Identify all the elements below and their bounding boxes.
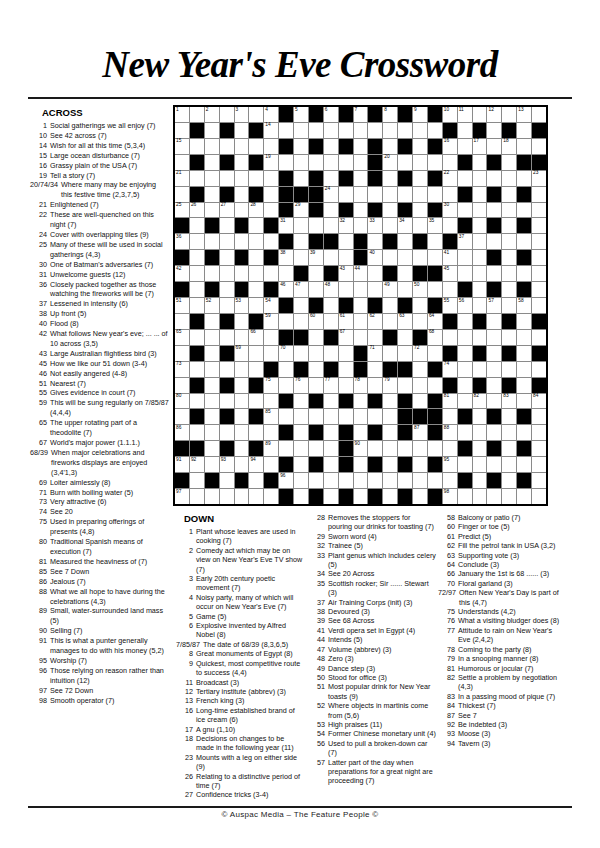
grid-cell[interactable] (473, 250, 487, 265)
grid-cell[interactable] (339, 346, 353, 361)
grid-cell[interactable] (294, 250, 308, 265)
grid-cell[interactable] (517, 457, 531, 472)
grid-cell[interactable] (383, 473, 397, 488)
grid-cell[interactable] (264, 234, 278, 249)
grid-cell[interactable] (458, 314, 472, 329)
grid-cell[interactable] (368, 282, 382, 297)
grid-cell[interactable] (383, 298, 397, 313)
grid-cell[interactable] (368, 330, 382, 345)
grid-cell[interactable] (294, 314, 308, 329)
grid-cell[interactable] (190, 250, 204, 265)
grid-cell[interactable] (413, 473, 427, 488)
grid-cell[interactable] (487, 378, 501, 393)
grid-cell[interactable] (517, 123, 531, 138)
grid-cell[interactable] (220, 266, 234, 281)
grid-cell[interactable] (517, 346, 531, 361)
grid-cell[interactable]: 4 (264, 107, 278, 122)
grid-cell[interactable] (413, 457, 427, 472)
grid-cell[interactable] (502, 409, 516, 424)
grid-cell[interactable] (235, 425, 249, 440)
grid-cell[interactable] (235, 330, 249, 345)
grid-cell[interactable] (249, 107, 263, 122)
grid-cell[interactable] (502, 234, 516, 249)
grid-cell[interactable]: 11 (458, 107, 472, 122)
grid-cell[interactable] (354, 314, 368, 329)
grid-cell[interactable] (532, 441, 546, 456)
grid-cell[interactable] (443, 218, 457, 233)
grid-cell[interactable] (458, 394, 472, 409)
grid-cell[interactable] (473, 155, 487, 170)
grid-cell[interactable] (502, 473, 516, 488)
grid-cell[interactable]: 57 (487, 298, 501, 313)
grid-cell[interactable] (502, 457, 516, 472)
grid-cell[interactable] (264, 425, 278, 440)
grid-cell[interactable] (309, 346, 323, 361)
grid-cell[interactable]: 76 (294, 378, 308, 393)
grid-cell[interactable] (368, 362, 382, 377)
grid-cell[interactable] (502, 187, 516, 202)
grid-cell[interactable]: 71 (368, 346, 382, 361)
grid-cell[interactable] (309, 266, 323, 281)
grid-cell[interactable] (502, 107, 516, 122)
grid-cell[interactable] (190, 298, 204, 313)
grid-cell[interactable] (309, 330, 323, 345)
grid-cell[interactable] (264, 489, 278, 504)
grid-cell[interactable] (235, 441, 249, 456)
grid-cell[interactable] (190, 330, 204, 345)
grid-cell[interactable] (354, 330, 368, 345)
grid-cell[interactable]: 23 (532, 171, 546, 186)
grid-cell[interactable] (473, 441, 487, 456)
grid-cell[interactable] (235, 457, 249, 472)
grid-cell[interactable] (398, 473, 412, 488)
grid-cell[interactable] (458, 346, 472, 361)
crossword-grid[interactable]: 1234567891011121314151617181920212223242… (173, 105, 548, 506)
grid-cell[interactable]: 36 (175, 234, 189, 249)
grid-cell[interactable] (205, 346, 219, 361)
grid-cell[interactable] (368, 409, 382, 424)
grid-cell[interactable] (532, 409, 546, 424)
grid-cell[interactable]: 1 (175, 107, 189, 122)
grid-cell[interactable] (532, 234, 546, 249)
grid-cell[interactable] (205, 330, 219, 345)
grid-cell[interactable] (294, 139, 308, 154)
grid-cell[interactable]: 16 (443, 139, 457, 154)
grid-cell[interactable] (473, 218, 487, 233)
grid-cell[interactable] (339, 378, 353, 393)
grid-cell[interactable]: 63 (398, 314, 412, 329)
grid-cell[interactable]: 80 (175, 394, 189, 409)
grid-cell[interactable] (324, 457, 338, 472)
grid-cell[interactable] (517, 330, 531, 345)
grid-cell[interactable] (264, 266, 278, 281)
grid-cell[interactable] (458, 266, 472, 281)
grid-cell[interactable]: 34 (398, 218, 412, 233)
grid-cell[interactable] (517, 171, 531, 186)
grid-cell[interactable] (502, 282, 516, 297)
grid-cell[interactable]: 58 (517, 298, 531, 313)
grid-cell[interactable] (339, 473, 353, 488)
grid-cell[interactable]: 54 (264, 298, 278, 313)
grid-cell[interactable] (249, 346, 263, 361)
grid-cell[interactable] (532, 266, 546, 281)
grid-cell[interactable]: 14 (264, 123, 278, 138)
grid-cell[interactable]: 83 (502, 394, 516, 409)
grid-cell[interactable] (205, 123, 219, 138)
grid-cell[interactable]: 52 (205, 298, 219, 313)
grid-cell[interactable] (383, 441, 397, 456)
grid-cell[interactable] (339, 187, 353, 202)
grid-cell[interactable] (190, 394, 204, 409)
grid-cell[interactable] (443, 409, 457, 424)
grid-cell[interactable] (235, 155, 249, 170)
grid-cell[interactable] (443, 441, 457, 456)
grid-cell[interactable] (383, 457, 397, 472)
grid-cell[interactable]: 35 (428, 218, 442, 233)
grid-cell[interactable]: 17 (473, 139, 487, 154)
grid-cell[interactable] (383, 409, 397, 424)
grid-cell[interactable] (354, 394, 368, 409)
grid-cell[interactable] (175, 346, 189, 361)
grid-cell[interactable] (249, 394, 263, 409)
grid-cell[interactable] (235, 378, 249, 393)
grid-cell[interactable] (413, 441, 427, 456)
grid-cell[interactable] (532, 473, 546, 488)
grid-cell[interactable] (413, 250, 427, 265)
grid-cell[interactable] (235, 203, 249, 218)
grid-cell[interactable] (428, 123, 442, 138)
grid-cell[interactable] (190, 362, 204, 377)
grid-cell[interactable] (458, 489, 472, 504)
grid-cell[interactable] (458, 330, 472, 345)
grid-cell[interactable]: 29 (294, 203, 308, 218)
grid-cell[interactable] (279, 123, 293, 138)
grid-cell[interactable]: 96 (279, 473, 293, 488)
grid-cell[interactable] (220, 171, 234, 186)
grid-cell[interactable] (517, 266, 531, 281)
grid-cell[interactable] (368, 187, 382, 202)
grid-cell[interactable] (205, 457, 219, 472)
grid-cell[interactable] (339, 282, 353, 297)
grid-cell[interactable] (354, 203, 368, 218)
grid-cell[interactable] (398, 234, 412, 249)
grid-cell[interactable] (205, 155, 219, 170)
grid-cell[interactable] (383, 346, 397, 361)
grid-cell[interactable] (205, 425, 219, 440)
grid-cell[interactable]: 94 (249, 457, 263, 472)
grid-cell[interactable] (249, 362, 263, 377)
grid-cell[interactable] (458, 425, 472, 440)
grid-cell[interactable] (324, 171, 338, 186)
grid-cell[interactable]: 46 (279, 282, 293, 297)
grid-cell[interactable]: 82 (473, 394, 487, 409)
grid-cell[interactable] (309, 362, 323, 377)
grid-cell[interactable] (398, 441, 412, 456)
grid-cell[interactable] (279, 155, 293, 170)
grid-cell[interactable] (205, 203, 219, 218)
grid-cell[interactable] (532, 457, 546, 472)
grid-cell[interactable] (339, 250, 353, 265)
grid-cell[interactable] (517, 378, 531, 393)
grid-cell[interactable] (279, 409, 293, 424)
grid-cell[interactable] (487, 234, 501, 249)
grid-cell[interactable] (339, 123, 353, 138)
grid-cell[interactable]: 41 (443, 250, 457, 265)
grid-cell[interactable] (413, 171, 427, 186)
grid-cell[interactable]: 47 (294, 282, 308, 297)
grid-cell[interactable] (532, 298, 546, 313)
grid-cell[interactable]: 98 (443, 489, 457, 504)
grid-cell[interactable] (205, 187, 219, 202)
grid-cell[interactable] (264, 187, 278, 202)
grid-cell[interactable] (473, 473, 487, 488)
grid-cell[interactable] (294, 218, 308, 233)
grid-cell[interactable] (398, 155, 412, 170)
grid-cell[interactable]: 87 (413, 425, 427, 440)
grid-cell[interactable] (473, 330, 487, 345)
grid-cell[interactable] (354, 409, 368, 424)
grid-cell[interactable] (324, 425, 338, 440)
grid-cell[interactable] (339, 362, 353, 377)
grid-cell[interactable] (354, 171, 368, 186)
grid-cell[interactable] (324, 203, 338, 218)
grid-cell[interactable]: 24 (324, 187, 338, 202)
grid-cell[interactable] (428, 441, 442, 456)
grid-cell[interactable] (309, 441, 323, 456)
grid-cell[interactable] (220, 362, 234, 377)
grid-cell[interactable] (249, 218, 263, 233)
grid-cell[interactable] (473, 234, 487, 249)
grid-cell[interactable] (487, 330, 501, 345)
grid-cell[interactable] (517, 314, 531, 329)
grid-cell[interactable] (279, 362, 293, 377)
grid-cell[interactable] (175, 187, 189, 202)
grid-cell[interactable] (309, 282, 323, 297)
grid-cell[interactable] (205, 378, 219, 393)
grid-cell[interactable] (532, 187, 546, 202)
grid-cell[interactable]: 49 (383, 282, 397, 297)
grid-cell[interactable] (487, 171, 501, 186)
grid-cell[interactable]: 3 (235, 107, 249, 122)
grid-cell[interactable] (532, 250, 546, 265)
grid-cell[interactable] (235, 171, 249, 186)
grid-cell[interactable] (220, 489, 234, 504)
grid-cell[interactable] (487, 457, 501, 472)
grid-cell[interactable] (502, 171, 516, 186)
grid-cell[interactable] (517, 234, 531, 249)
grid-cell[interactable] (413, 187, 427, 202)
grid-cell[interactable]: 89 (264, 441, 278, 456)
grid-cell[interactable] (458, 378, 472, 393)
grid-cell[interactable] (487, 266, 501, 281)
grid-cell[interactable] (264, 139, 278, 154)
grid-cell[interactable]: 78 (354, 378, 368, 393)
grid-cell[interactable]: 55 (443, 298, 457, 313)
grid-cell[interactable]: 59 (264, 314, 278, 329)
grid-cell[interactable] (324, 139, 338, 154)
grid-cell[interactable] (175, 314, 189, 329)
grid-cell[interactable] (324, 250, 338, 265)
grid-cell[interactable] (487, 425, 501, 440)
grid-cell[interactable] (398, 266, 412, 281)
grid-cell[interactable] (354, 457, 368, 472)
grid-cell[interactable] (220, 394, 234, 409)
grid-cell[interactable] (324, 314, 338, 329)
grid-cell[interactable]: 15 (175, 139, 189, 154)
grid-cell[interactable] (398, 346, 412, 361)
grid-cell[interactable] (398, 378, 412, 393)
grid-cell[interactable] (279, 378, 293, 393)
grid-cell[interactable] (309, 409, 323, 424)
grid-cell[interactable] (413, 378, 427, 393)
grid-cell[interactable] (190, 473, 204, 488)
grid-cell[interactable] (502, 330, 516, 345)
grid-cell[interactable] (443, 330, 457, 345)
grid-cell[interactable] (205, 409, 219, 424)
grid-cell[interactable] (354, 218, 368, 233)
grid-cell[interactable] (264, 394, 278, 409)
grid-cell[interactable] (205, 266, 219, 281)
grid-cell[interactable] (368, 266, 382, 281)
grid-cell[interactable] (398, 282, 412, 297)
grid-cell[interactable] (354, 139, 368, 154)
grid-cell[interactable] (294, 425, 308, 440)
grid-cell[interactable] (502, 489, 516, 504)
grid-cell[interactable] (487, 394, 501, 409)
grid-cell[interactable]: 79 (383, 378, 397, 393)
grid-cell[interactable] (502, 250, 516, 265)
grid-cell[interactable] (309, 473, 323, 488)
grid-cell[interactable] (532, 218, 546, 233)
grid-cell[interactable] (517, 425, 531, 440)
grid-cell[interactable] (398, 123, 412, 138)
grid-cell[interactable]: 85 (264, 409, 278, 424)
grid-cell[interactable] (294, 394, 308, 409)
grid-cell[interactable] (398, 330, 412, 345)
grid-cell[interactable] (413, 218, 427, 233)
grid-cell[interactable] (205, 171, 219, 186)
grid-cell[interactable] (532, 139, 546, 154)
grid-cell[interactable] (458, 457, 472, 472)
grid-cell[interactable]: 2 (205, 107, 219, 122)
grid-cell[interactable] (517, 394, 531, 409)
grid-cell[interactable] (517, 203, 531, 218)
grid-cell[interactable] (294, 441, 308, 456)
grid-cell[interactable]: 84 (532, 394, 546, 409)
grid-cell[interactable] (368, 234, 382, 249)
grid-cell[interactable] (294, 409, 308, 424)
grid-cell[interactable] (309, 218, 323, 233)
grid-cell[interactable] (264, 346, 278, 361)
grid-cell[interactable] (473, 409, 487, 424)
grid-cell[interactable]: 72 (413, 346, 427, 361)
grid-cell[interactable] (249, 282, 263, 297)
grid-cell[interactable] (354, 282, 368, 297)
grid-cell[interactable] (175, 155, 189, 170)
grid-cell[interactable] (175, 378, 189, 393)
grid-cell[interactable]: 48 (324, 282, 338, 297)
grid-cell[interactable] (532, 282, 546, 297)
grid-cell[interactable] (532, 203, 546, 218)
grid-cell[interactable] (383, 250, 397, 265)
grid-cell[interactable] (249, 171, 263, 186)
grid-cell[interactable]: 33 (368, 218, 382, 233)
grid-cell[interactable] (354, 155, 368, 170)
grid-cell[interactable] (324, 298, 338, 313)
grid-cell[interactable] (205, 489, 219, 504)
grid-cell[interactable] (249, 250, 263, 265)
grid-cell[interactable] (175, 123, 189, 138)
grid-cell[interactable] (383, 171, 397, 186)
grid-cell[interactable] (413, 298, 427, 313)
grid-cell[interactable] (517, 489, 531, 504)
grid-cell[interactable] (428, 187, 442, 202)
grid-cell[interactable] (324, 123, 338, 138)
grid-cell[interactable] (190, 171, 204, 186)
grid-cell[interactable]: 5 (294, 107, 308, 122)
grid-cell[interactable]: 75 (264, 378, 278, 393)
grid-cell[interactable] (220, 139, 234, 154)
grid-cell[interactable] (413, 203, 427, 218)
grid-cell[interactable]: 28 (249, 203, 263, 218)
grid-cell[interactable] (294, 234, 308, 249)
grid-cell[interactable] (398, 250, 412, 265)
grid-cell[interactable] (428, 250, 442, 265)
grid-cell[interactable]: 32 (339, 218, 353, 233)
grid-cell[interactable] (354, 187, 368, 202)
grid-cell[interactable]: 18 (502, 139, 516, 154)
grid-cell[interactable]: 39 (309, 250, 323, 265)
grid-cell[interactable] (309, 155, 323, 170)
grid-cell[interactable] (517, 362, 531, 377)
grid-cell[interactable] (428, 346, 442, 361)
grid-cell[interactable]: 12 (487, 107, 501, 122)
grid-cell[interactable] (383, 489, 397, 504)
grid-cell[interactable] (279, 441, 293, 456)
grid-cell[interactable]: 53 (235, 298, 249, 313)
grid-cell[interactable]: 40 (368, 250, 382, 265)
grid-cell[interactable] (502, 218, 516, 233)
grid-cell[interactable] (324, 394, 338, 409)
grid-cell[interactable]: 30 (443, 203, 457, 218)
grid-cell[interactable] (383, 203, 397, 218)
grid-cell[interactable] (502, 203, 516, 218)
grid-cell[interactable] (532, 362, 546, 377)
grid-cell[interactable] (473, 266, 487, 281)
grid-cell[interactable] (190, 218, 204, 233)
grid-cell[interactable] (294, 346, 308, 361)
grid-cell[interactable] (458, 123, 472, 138)
grid-cell[interactable]: 6 (324, 107, 338, 122)
grid-cell[interactable] (383, 123, 397, 138)
grid-cell[interactable] (458, 362, 472, 377)
grid-cell[interactable] (294, 473, 308, 488)
grid-cell[interactable] (324, 346, 338, 361)
grid-cell[interactable] (487, 139, 501, 154)
grid-cell[interactable] (443, 187, 457, 202)
grid-cell[interactable] (264, 330, 278, 345)
grid-cell[interactable] (383, 394, 397, 409)
grid-cell[interactable] (383, 139, 397, 154)
grid-cell[interactable] (205, 362, 219, 377)
grid-cell[interactable]: 66 (249, 330, 263, 345)
grid-cell[interactable] (264, 171, 278, 186)
grid-cell[interactable] (502, 155, 516, 170)
grid-cell[interactable] (473, 107, 487, 122)
grid-cell[interactable] (249, 266, 263, 281)
grid-cell[interactable] (473, 203, 487, 218)
grid-cell[interactable] (443, 155, 457, 170)
